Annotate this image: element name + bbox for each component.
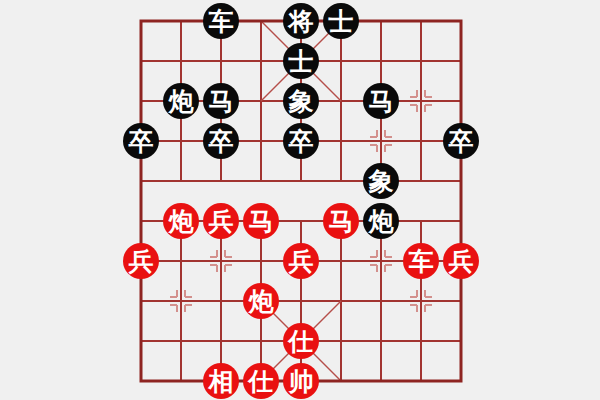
piece-red-advisor-1[interactable]: 仕 — [283, 323, 319, 359]
piece-red-soldier-3[interactable]: 兵 — [283, 243, 319, 279]
piece-red-soldier-1[interactable]: 兵 — [203, 203, 239, 239]
piece-red-soldier-2[interactable]: 兵 — [123, 243, 159, 279]
xiangqi-board[interactable]: 车将士士炮马象马卒卒卒卒象炮兵马马炮兵兵车兵炮仕相仕帅 — [0, 0, 600, 400]
piece-black-soldier-3[interactable]: 卒 — [283, 123, 319, 159]
piece-black-cannon-2[interactable]: 炮 — [363, 203, 399, 239]
piece-black-chariot[interactable]: 车 — [203, 3, 239, 39]
piece-black-advisor-1[interactable]: 士 — [323, 3, 359, 39]
piece-red-elephant[interactable]: 相 — [203, 363, 239, 399]
piece-red-general[interactable]: 帅 — [283, 363, 319, 399]
piece-black-soldier-1[interactable]: 卒 — [123, 123, 159, 159]
piece-black-horse-2[interactable]: 马 — [363, 83, 399, 119]
pieces-layer: 车将士士炮马象马卒卒卒卒象炮兵马马炮兵兵车兵炮仕相仕帅 — [0, 0, 600, 400]
piece-red-cannon-1[interactable]: 炮 — [163, 203, 199, 239]
piece-red-cannon-2[interactable]: 炮 — [243, 283, 279, 319]
piece-red-advisor-2[interactable]: 仕 — [243, 363, 279, 399]
piece-red-horse-1[interactable]: 马 — [243, 203, 279, 239]
piece-black-soldier-4[interactable]: 卒 — [443, 123, 479, 159]
piece-red-soldier-4[interactable]: 兵 — [443, 243, 479, 279]
piece-red-chariot[interactable]: 车 — [403, 243, 439, 279]
piece-black-advisor-2[interactable]: 士 — [283, 43, 319, 79]
piece-black-horse-1[interactable]: 马 — [203, 83, 239, 119]
piece-red-horse-2[interactable]: 马 — [323, 203, 359, 239]
piece-black-general[interactable]: 将 — [283, 3, 319, 39]
piece-black-elephant-1[interactable]: 象 — [283, 83, 319, 119]
piece-black-cannon-1[interactable]: 炮 — [163, 83, 199, 119]
piece-black-soldier-2[interactable]: 卒 — [203, 123, 239, 159]
piece-black-elephant-2[interactable]: 象 — [363, 163, 399, 199]
